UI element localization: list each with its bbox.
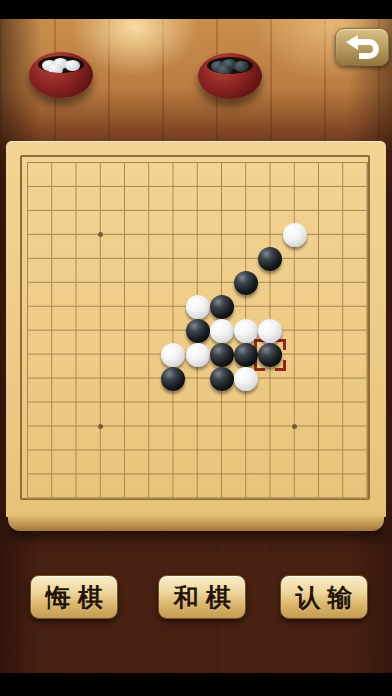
white-stone (186, 343, 210, 367)
top-black-bar (0, 0, 392, 19)
black-stone (210, 367, 234, 391)
white-stone-bowl (29, 52, 93, 98)
black-stone (210, 343, 234, 367)
white-stone (210, 319, 234, 343)
black-stone-in-bowl (234, 61, 249, 72)
black-stone-bowl (198, 53, 262, 99)
draw-button[interactable]: 和棋 (158, 575, 246, 619)
white-stone (186, 295, 210, 319)
white-stone (283, 223, 307, 247)
white-stone (258, 319, 282, 343)
board (6, 141, 386, 517)
black-stone (258, 247, 282, 271)
undo-button[interactable]: 悔棋 (30, 575, 118, 619)
board-grid[interactable] (27, 162, 368, 499)
black-stone (161, 367, 185, 391)
white-stone-in-bowl (48, 64, 63, 73)
white-stone (161, 343, 185, 367)
return-arrow-icon (345, 34, 379, 60)
star-point (98, 232, 103, 237)
black-stone-in-bowl (217, 65, 232, 74)
white-stone (234, 319, 258, 343)
star-point (292, 424, 297, 429)
black-stone (210, 295, 234, 319)
black-stone (234, 271, 258, 295)
bowl-opening (38, 56, 84, 73)
white-stone (234, 367, 258, 391)
black-stone (186, 319, 210, 343)
bottom-black-bar (0, 673, 392, 696)
bowl-opening (207, 57, 253, 74)
black-stone (234, 343, 258, 367)
resign-button[interactable]: 认输 (280, 575, 368, 619)
app-screen: 悔棋 和棋 认输 (0, 0, 392, 696)
board-side-bevel (8, 517, 384, 531)
black-stone (258, 343, 282, 367)
star-point (98, 424, 103, 429)
white-stone-in-bowl (65, 60, 80, 71)
back-button[interactable] (335, 28, 389, 66)
